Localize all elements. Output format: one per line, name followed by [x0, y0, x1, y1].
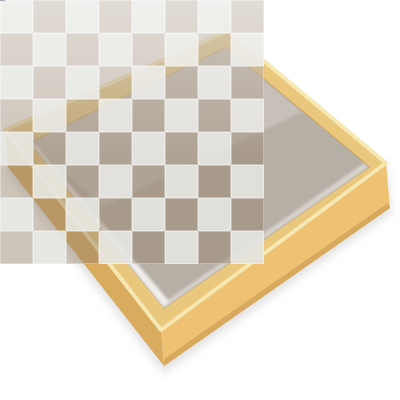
board-square [132, 0, 165, 33]
board-square [33, 33, 66, 66]
board-square [99, 99, 132, 132]
board-square [198, 231, 231, 264]
board-square [165, 66, 198, 99]
board-square [231, 66, 264, 99]
board-square [0, 0, 33, 33]
board-square [231, 0, 264, 33]
board-square [132, 198, 165, 231]
board-square [33, 0, 66, 33]
board-square [198, 0, 231, 33]
board-square [231, 99, 264, 132]
board-square [0, 198, 33, 231]
board-square [0, 132, 33, 165]
board-square [33, 132, 66, 165]
board-square [165, 33, 198, 66]
board-square [0, 165, 33, 198]
board-square [165, 132, 198, 165]
chess-set-photo: ♜♞♝♛♚♝♞♜♟♟♟♟♟♟♟♟♙♙♙♙♙♙♙♙♖♘♗♕♔♗♘♖ [0, 0, 400, 400]
board-square [0, 66, 33, 99]
board-square [0, 231, 33, 264]
board-square [99, 165, 132, 198]
board-square [132, 66, 165, 99]
board-square [198, 66, 231, 99]
board-square [99, 0, 132, 33]
board-square [0, 33, 33, 66]
board-square [231, 198, 264, 231]
board-square [66, 66, 99, 99]
board-square [132, 132, 165, 165]
board-square [132, 165, 165, 198]
board-square [99, 33, 132, 66]
board-square [33, 66, 66, 99]
board-square [33, 198, 66, 231]
board-square [132, 33, 165, 66]
board-square [0, 99, 33, 132]
chess-board-grid [0, 0, 264, 264]
board-square [231, 165, 264, 198]
board-square [198, 198, 231, 231]
board-square [66, 132, 99, 165]
board-square [99, 231, 132, 264]
board-square [66, 165, 99, 198]
board-square [66, 231, 99, 264]
board-square [33, 231, 66, 264]
board-square [231, 33, 264, 66]
board-square [165, 231, 198, 264]
board-square [33, 99, 66, 132]
board-square [99, 198, 132, 231]
board-square [231, 132, 264, 165]
board-square [165, 99, 198, 132]
board-square [231, 231, 264, 264]
board-square [132, 99, 165, 132]
board-square [33, 165, 66, 198]
board-square [132, 231, 165, 264]
board-square [198, 99, 231, 132]
board-square [66, 198, 99, 231]
board-square [66, 99, 99, 132]
board-square [99, 132, 132, 165]
board-square [198, 132, 231, 165]
board-square [198, 33, 231, 66]
board-square [165, 198, 198, 231]
board-square [165, 0, 198, 33]
board-square [66, 33, 99, 66]
board-square [165, 165, 198, 198]
board-square [66, 0, 99, 33]
board-square [198, 165, 231, 198]
board-square [99, 66, 132, 99]
